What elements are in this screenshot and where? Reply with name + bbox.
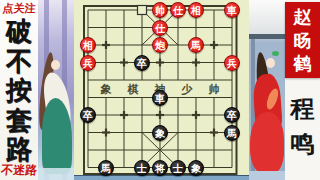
piece-red-general[interactable]: 帅 xyxy=(152,2,168,18)
piece-black-horse[interactable]: 馬 xyxy=(224,125,240,141)
main-title: 破不按套路 xyxy=(0,17,38,163)
right-character-art xyxy=(249,0,285,180)
piece-black-horse[interactable]: 馬 xyxy=(98,160,114,176)
river-watermark-char: 象 xyxy=(98,82,114,97)
piece-red-elephant[interactable]: 相 xyxy=(188,2,204,18)
piece-red-elephant[interactable]: 相 xyxy=(80,37,96,53)
vertical-char: 套 xyxy=(6,106,32,134)
vertical-char: 鹤 xyxy=(294,54,312,73)
piece-black-advisor[interactable]: 士 xyxy=(170,160,186,176)
piece-red-cannon[interactable]: 炮 xyxy=(152,37,168,53)
piece-red-advisor[interactable]: 仕 xyxy=(170,2,186,18)
left-character-art xyxy=(38,0,74,180)
piece-black-general[interactable]: 将 xyxy=(152,160,168,176)
piece-black-elephant[interactable]: 象 xyxy=(188,160,204,176)
vertical-char: 按 xyxy=(6,76,32,104)
hair-ornament-shape xyxy=(272,51,279,56)
river-watermark-char: 棋 xyxy=(125,82,141,97)
river-watermark-char: 少 xyxy=(179,82,195,97)
snow-roof-shape xyxy=(249,0,285,34)
vertical-char: 鸣 xyxy=(291,131,315,157)
subscribe-note: 点关注 xyxy=(0,1,39,16)
xiangqi-board: 象棋神少帅 帅仕相車仕相炮馬兵兵卒車卒卒象馬馬士将士象 xyxy=(74,0,249,180)
vertical-char: 赵 xyxy=(294,7,312,26)
red-skirt-shape xyxy=(250,112,284,174)
piece-red-chariot[interactable]: 車 xyxy=(224,2,240,18)
vertical-char: 破 xyxy=(6,17,32,45)
piece-black-soldier[interactable]: 卒 xyxy=(80,107,96,123)
vertical-char: 路 xyxy=(6,135,32,163)
mist-shape xyxy=(38,168,74,180)
piece-red-horse[interactable]: 馬 xyxy=(188,37,204,53)
face-shape xyxy=(51,60,60,70)
piece-red-soldier[interactable]: 兵 xyxy=(224,55,240,71)
vertical-char: 不 xyxy=(6,47,32,75)
black-player-name: 程鸣 xyxy=(285,96,320,157)
river-watermark-char: 帅 xyxy=(206,82,222,97)
piece-red-advisor[interactable]: 仕 xyxy=(152,20,168,36)
piece-black-chariot[interactable]: 車 xyxy=(152,90,168,106)
follow-note: 不迷路 xyxy=(0,162,39,179)
video-thumbnail: 点关注 破不按套路 不迷路 象棋神少帅 帅仕相車仕相炮馬兵兵卒車卒卒象馬馬士将士… xyxy=(0,0,320,180)
vertical-char: 旸 xyxy=(294,31,312,50)
right-text-panel: 赵旸鹤 程鸣 xyxy=(285,0,320,180)
piece-black-elephant[interactable]: 象 xyxy=(152,125,168,141)
vertical-char: 程 xyxy=(291,96,315,122)
piece-black-advisor[interactable]: 士 xyxy=(134,160,150,176)
red-player-name-box: 赵旸鹤 xyxy=(285,2,320,78)
piece-red-soldier[interactable]: 兵 xyxy=(80,55,96,71)
piece-black-soldier[interactable]: 卒 xyxy=(224,107,240,123)
left-text-panel: 点关注 破不按套路 不迷路 xyxy=(0,0,38,180)
board-bottom-edge xyxy=(74,175,249,180)
piece-black-soldier[interactable]: 卒 xyxy=(134,55,150,71)
face-shape xyxy=(266,58,275,68)
floor-shape xyxy=(249,171,285,180)
